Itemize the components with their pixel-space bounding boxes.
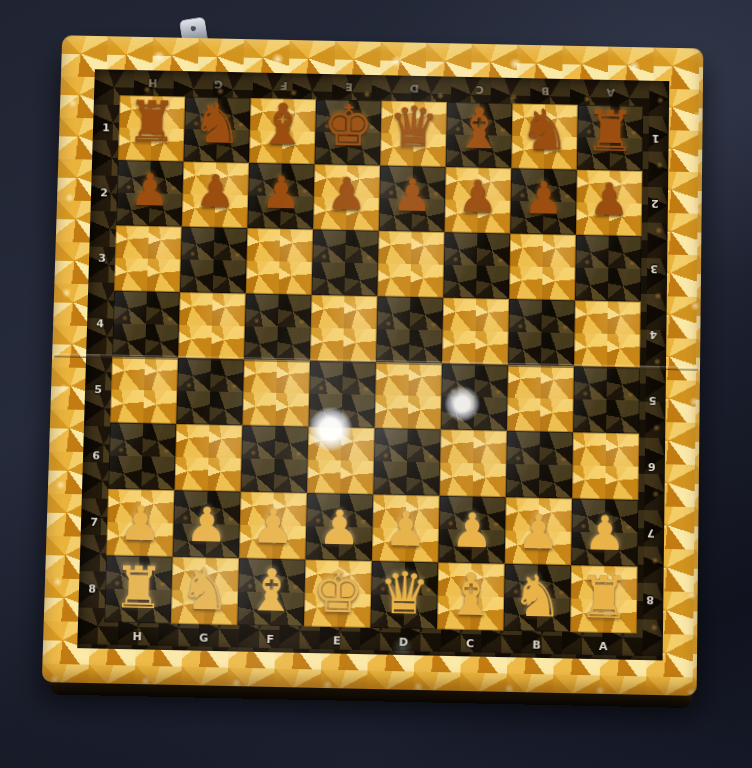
square-e2[interactable]: ♟ xyxy=(313,164,380,231)
dark-pawn-f2[interactable]: ♟ xyxy=(260,170,301,215)
square-g8[interactable]: ♞ xyxy=(171,557,239,625)
dark-bishop-f1[interactable]: ♝ xyxy=(257,96,309,153)
light-pawn-e7[interactable]: ♟ xyxy=(318,503,361,551)
square-c3[interactable] xyxy=(443,232,510,299)
file-label-bottom-c: C xyxy=(436,629,503,657)
rank-label-left-6: 6 xyxy=(82,422,110,489)
square-d1[interactable]: ♛ xyxy=(380,101,447,167)
square-g3[interactable] xyxy=(180,227,247,294)
file-label-top-c: C xyxy=(447,77,513,104)
square-c5[interactable] xyxy=(441,363,508,430)
file-label-bottom-b: B xyxy=(503,631,570,659)
square-b4[interactable] xyxy=(508,299,575,366)
file-label-top-d: D xyxy=(381,75,447,102)
square-c6[interactable] xyxy=(439,429,506,497)
square-f1[interactable]: ♝ xyxy=(249,98,316,164)
file-label-top-f: F xyxy=(251,72,317,99)
light-rook-a8[interactable]: ♜ xyxy=(578,568,630,627)
dark-pawn-d2[interactable]: ♟ xyxy=(392,172,433,217)
square-e6[interactable] xyxy=(307,427,375,495)
square-a3[interactable] xyxy=(575,235,642,302)
square-g5[interactable] xyxy=(176,358,244,425)
square-d2[interactable]: ♟ xyxy=(379,166,446,233)
square-f6[interactable] xyxy=(241,425,309,493)
square-c7[interactable]: ♟ xyxy=(438,496,506,564)
square-c8[interactable]: ♝ xyxy=(437,562,505,630)
dark-knight-b1[interactable]: ♞ xyxy=(519,101,571,158)
light-bishop-c8[interactable]: ♝ xyxy=(445,565,498,624)
file-label-top-e: E xyxy=(316,74,382,101)
square-b2[interactable]: ♟ xyxy=(510,168,577,235)
rank-label-right-8: 8 xyxy=(637,567,664,634)
file-label-bottom-a: A xyxy=(570,632,637,660)
square-g6[interactable] xyxy=(174,424,242,492)
file-label-bottom-d: D xyxy=(370,628,437,656)
dark-rook-h1[interactable]: ♜ xyxy=(126,93,178,150)
light-knight-b8[interactable]: ♞ xyxy=(511,566,563,625)
rank-label-left-1: 1 xyxy=(92,95,120,160)
dark-king-e1[interactable]: ♚ xyxy=(322,97,374,154)
file-label-top-h: H xyxy=(120,70,186,97)
square-f3[interactable] xyxy=(246,228,313,295)
square-e1[interactable]: ♚ xyxy=(315,99,382,165)
square-h4[interactable] xyxy=(112,291,180,358)
dark-queen-d1[interactable]: ♛ xyxy=(388,98,440,155)
square-e4[interactable] xyxy=(310,295,377,362)
square-f2[interactable]: ♟ xyxy=(247,163,314,230)
square-d8[interactable]: ♛ xyxy=(370,561,438,629)
square-h7[interactable]: ♟ xyxy=(106,489,174,557)
file-label-bottom-h: H xyxy=(103,622,170,650)
square-a2[interactable]: ♟ xyxy=(576,170,643,237)
square-b8[interactable]: ♞ xyxy=(504,564,572,632)
dark-pawn-h2[interactable]: ♟ xyxy=(129,167,170,212)
dark-knight-g1[interactable]: ♞ xyxy=(191,94,243,151)
rank-label-right-4: 4 xyxy=(640,302,667,368)
coordinate-border-band: 12345678 12345678 HGFEDCBA HGFEDCBA ♜♞♝♚… xyxy=(77,69,669,660)
square-c4[interactable] xyxy=(442,298,509,365)
square-b3[interactable] xyxy=(509,234,576,301)
square-g4[interactable] xyxy=(178,292,246,359)
square-b1[interactable]: ♞ xyxy=(511,103,578,169)
square-e8[interactable]: ♚ xyxy=(304,560,372,628)
square-d7[interactable]: ♟ xyxy=(372,494,440,562)
square-b6[interactable] xyxy=(506,431,573,499)
rank-label-right-2: 2 xyxy=(642,171,669,237)
square-c1[interactable]: ♝ xyxy=(446,102,513,168)
square-f4[interactable] xyxy=(244,293,311,360)
square-h5[interactable] xyxy=(110,356,178,423)
light-queen-d8[interactable]: ♛ xyxy=(378,564,431,623)
rank-labels-right: 12345678 xyxy=(637,106,669,634)
square-a8[interactable]: ♜ xyxy=(570,565,637,633)
light-pawn-c7[interactable]: ♟ xyxy=(450,506,493,554)
square-d5[interactable] xyxy=(375,362,442,429)
rank-label-right-3: 3 xyxy=(641,236,668,302)
file-label-top-b: B xyxy=(512,78,578,105)
file-label-top-a: A xyxy=(578,79,644,106)
rank-label-left-3: 3 xyxy=(88,225,116,291)
dark-pawn-e2[interactable]: ♟ xyxy=(326,171,367,216)
dark-pawn-b2[interactable]: ♟ xyxy=(523,175,564,220)
file-label-bottom-g: G xyxy=(170,624,237,652)
board-grid: ♜♞♝♚♛♝♞♜♟♟♟♟♟♟♟♟♟♟♟♟♟♟♟♟♜♞♝♚♛♝♞♜ xyxy=(104,95,643,633)
square-e7[interactable]: ♟ xyxy=(305,493,373,561)
light-pawn-f7[interactable]: ♟ xyxy=(251,501,295,549)
square-d6[interactable] xyxy=(373,428,441,496)
light-rook-h8[interactable]: ♜ xyxy=(112,558,165,617)
square-a1[interactable]: ♜ xyxy=(577,105,643,171)
amber-outer-frame: 12345678 12345678 HGFEDCBA HGFEDCBA ♜♞♝♚… xyxy=(42,35,703,696)
rank-label-right-5: 5 xyxy=(639,368,666,435)
rank-label-right-6: 6 xyxy=(638,434,665,501)
light-pawn-g7[interactable]: ♟ xyxy=(185,500,229,548)
square-g2[interactable]: ♟ xyxy=(182,161,249,228)
file-label-bottom-e: E xyxy=(303,626,370,654)
square-b5[interactable] xyxy=(507,365,574,432)
dark-bishop-c1[interactable]: ♝ xyxy=(453,100,505,157)
square-f7[interactable]: ♟ xyxy=(239,492,307,560)
chess-board: 12345678 12345678 HGFEDCBA HGFEDCBA ♜♞♝♚… xyxy=(42,35,703,696)
light-pawn-b7[interactable]: ♟ xyxy=(517,507,560,555)
square-f5[interactable] xyxy=(242,359,310,426)
dark-pawn-g2[interactable]: ♟ xyxy=(195,168,236,213)
rank-label-left-2: 2 xyxy=(90,160,118,226)
file-label-top-g: G xyxy=(185,71,251,98)
square-f8[interactable]: ♝ xyxy=(237,558,305,626)
square-a7[interactable]: ♟ xyxy=(571,499,638,567)
light-pawn-h7[interactable]: ♟ xyxy=(118,499,162,547)
file-label-bottom-f: F xyxy=(237,625,304,653)
rank-label-right-7: 7 xyxy=(638,500,665,567)
dark-pawn-a2[interactable]: ♟ xyxy=(589,176,630,221)
dark-rook-a1[interactable]: ♜ xyxy=(584,102,635,159)
square-h3[interactable] xyxy=(114,225,182,292)
square-d3[interactable] xyxy=(377,231,444,298)
square-h1[interactable]: ♜ xyxy=(118,95,185,161)
light-bishop-f8[interactable]: ♝ xyxy=(245,561,298,620)
square-d4[interactable] xyxy=(376,296,443,363)
square-h8[interactable]: ♜ xyxy=(104,555,172,623)
photo-backdrop: 12345678 12345678 HGFEDCBA HGFEDCBA ♜♞♝♚… xyxy=(0,0,752,768)
rank-label-left-5: 5 xyxy=(84,356,112,423)
rank-label-left-4: 4 xyxy=(86,290,114,356)
square-g1[interactable]: ♞ xyxy=(183,97,250,163)
square-a6[interactable] xyxy=(572,432,639,500)
square-h6[interactable] xyxy=(108,422,176,490)
square-a4[interactable] xyxy=(574,300,641,367)
square-a5[interactable] xyxy=(573,366,640,433)
square-e3[interactable] xyxy=(312,229,379,296)
dark-pawn-c2[interactable]: ♟ xyxy=(457,174,498,219)
square-b7[interactable]: ♟ xyxy=(505,497,572,565)
light-knight-g8[interactable]: ♞ xyxy=(178,559,231,618)
light-pawn-a7[interactable]: ♟ xyxy=(583,508,626,556)
rank-label-left-8: 8 xyxy=(78,555,106,622)
square-e5[interactable] xyxy=(308,361,376,428)
rank-label-left-7: 7 xyxy=(80,488,108,555)
square-c2[interactable]: ♟ xyxy=(444,167,511,234)
square-g7[interactable]: ♟ xyxy=(173,490,241,558)
rank-label-right-1: 1 xyxy=(642,106,669,171)
light-pawn-d7[interactable]: ♟ xyxy=(384,504,427,552)
square-h2[interactable]: ♟ xyxy=(116,160,183,227)
light-king-e8[interactable]: ♚ xyxy=(312,562,365,621)
